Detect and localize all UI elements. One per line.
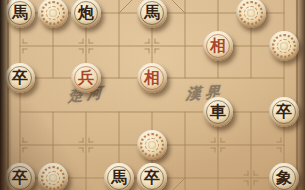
piece-character: 馬 bbox=[137, 0, 167, 28]
piece-red-elephant[interactable]: 相 bbox=[203, 31, 233, 61]
piece-black-horse[interactable]: 馬 bbox=[137, 0, 167, 28]
piece-black-cannon[interactable]: 炮 bbox=[71, 0, 101, 28]
piece-character: 車 bbox=[203, 97, 233, 127]
board-grid-lines bbox=[0, 0, 305, 190]
xiangqi-board: 楚河 漢界 馬炮馬相卒兵相車卒卒馬卒象 bbox=[0, 0, 305, 190]
piece-character: 兵 bbox=[71, 63, 101, 93]
piece-black-chariot[interactable]: 車 bbox=[203, 97, 233, 127]
right-edge-shade bbox=[295, 0, 305, 190]
piece-character: 卒 bbox=[137, 163, 167, 190]
piece-hidden-piece[interactable] bbox=[137, 130, 167, 160]
piece-black-horse[interactable]: 馬 bbox=[104, 163, 134, 190]
rosette-core bbox=[49, 174, 57, 182]
rosette-core bbox=[247, 9, 255, 17]
piece-character: 炮 bbox=[71, 0, 101, 28]
piece-hidden-piece[interactable] bbox=[38, 163, 68, 190]
piece-red-soldier[interactable]: 兵 bbox=[71, 63, 101, 93]
rosette-core bbox=[280, 42, 288, 50]
left-edge-shade bbox=[0, 0, 12, 190]
piece-black-soldier[interactable]: 卒 bbox=[137, 163, 167, 190]
piece-character: 相 bbox=[203, 31, 233, 61]
rosette-core bbox=[148, 141, 156, 149]
piece-character: 相 bbox=[137, 63, 167, 93]
piece-character: 馬 bbox=[104, 163, 134, 190]
piece-red-elephant[interactable]: 相 bbox=[137, 63, 167, 93]
rosette-core bbox=[49, 9, 57, 17]
